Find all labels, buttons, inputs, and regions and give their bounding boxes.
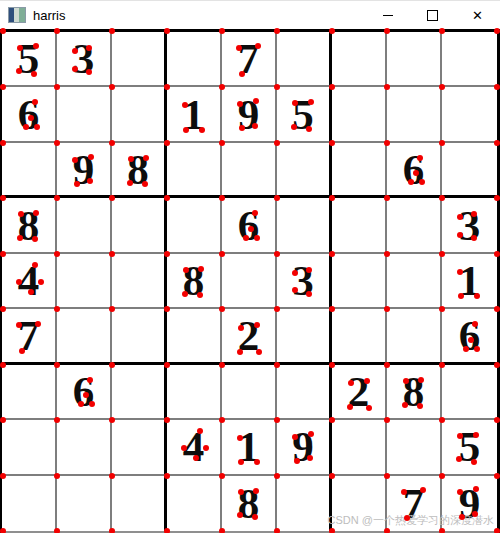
sudoku-cell-r6c4	[167, 309, 222, 364]
sudoku-cell-r8c6: 9	[277, 420, 332, 475]
sudoku-cell-r2c5: 9	[222, 87, 277, 142]
sudoku-cell-r2c2	[57, 87, 112, 142]
sudoku-cell-r6c3	[112, 309, 167, 364]
sudoku-cell-r5c9: 1	[442, 254, 497, 309]
sudoku-cell-r1c9	[442, 32, 497, 87]
window-title: harris	[33, 8, 66, 23]
sudoku-cell-r1c7	[332, 32, 387, 87]
app-image-icon	[8, 7, 26, 23]
sudoku-cell-r8c2	[57, 420, 112, 475]
sudoku-cell-r4c9: 3	[442, 198, 497, 253]
sudoku-cell-r4c1: 8	[2, 198, 57, 253]
sudoku-cell-r2c4: 1	[167, 87, 222, 142]
sudoku-cell-r4c8	[387, 198, 442, 253]
sudoku-digit: 6	[403, 148, 425, 191]
sudoku-cell-r8c1	[2, 420, 57, 475]
sudoku-cell-r6c8	[387, 309, 442, 364]
sudoku-digit: 4	[183, 425, 205, 468]
sudoku-cell-r6c5: 2	[222, 309, 277, 364]
sudoku-cell-r6c7	[332, 309, 387, 364]
sudoku-cell-r8c3	[112, 420, 167, 475]
sudoku-cell-r9c3	[112, 476, 167, 531]
sudoku-cell-r3c8: 6	[387, 143, 442, 198]
sudoku-cell-r8c5: 1	[222, 420, 277, 475]
sudoku-digit: 6	[18, 93, 40, 136]
sudoku-digit: 2	[348, 370, 370, 413]
minimize-button[interactable]	[365, 1, 410, 29]
sudoku-cell-r8c9: 5	[442, 420, 497, 475]
sudoku-cell-r8c7	[332, 420, 387, 475]
sudoku-cell-r3c9	[442, 143, 497, 198]
sudoku-cell-r6c2	[57, 309, 112, 364]
sudoku-cell-r3c3: 8	[112, 143, 167, 198]
sudoku-cell-r2c6: 5	[277, 87, 332, 142]
sudoku-cell-r1c1: 5	[2, 32, 57, 87]
sudoku-digit: 8	[238, 482, 260, 525]
sudoku-cell-r7c5	[222, 365, 277, 420]
sudoku-cell-r4c2	[57, 198, 112, 253]
sudoku-cell-r5c4: 8	[167, 254, 222, 309]
sudoku-cell-r7c7: 2	[332, 365, 387, 420]
sudoku-digit: 4	[18, 259, 40, 302]
sudoku-digit: 7	[238, 37, 260, 80]
sudoku-cell-r9c4	[167, 476, 222, 531]
sudoku-cell-r3c5	[222, 143, 277, 198]
close-button[interactable]: ✕	[455, 1, 500, 29]
sudoku-cell-r7c8: 8	[387, 365, 442, 420]
sudoku-cell-r1c5: 7	[222, 32, 277, 87]
sudoku-cell-r8c4: 4	[167, 420, 222, 475]
sudoku-cell-r9c6	[277, 476, 332, 531]
sudoku-digit: 1	[183, 93, 205, 136]
sudoku-digit: 6	[459, 314, 481, 357]
sudoku-cell-r1c4	[167, 32, 222, 87]
sudoku-digit: 5	[292, 93, 314, 136]
sudoku-digit: 8	[127, 148, 149, 191]
sudoku-digit: 6	[238, 204, 260, 247]
sudoku-digit: 5	[459, 425, 481, 468]
sudoku-cell-r2c3	[112, 87, 167, 142]
maximize-icon	[427, 10, 438, 21]
minimize-icon	[383, 15, 393, 16]
sudoku-digit: 3	[73, 37, 95, 80]
sudoku-cell-r1c8	[387, 32, 442, 87]
sudoku-cell-r3c4	[167, 143, 222, 198]
sudoku-cell-r6c9: 6	[442, 309, 497, 364]
sudoku-cell-r7c6	[277, 365, 332, 420]
sudoku-cell-r1c3	[112, 32, 167, 87]
sudoku-digit: 1	[459, 259, 481, 302]
sudoku-cell-r3c7	[332, 143, 387, 198]
close-icon: ✕	[472, 9, 483, 22]
sudoku-cell-r8c8	[387, 420, 442, 475]
sudoku-cell-r4c4	[167, 198, 222, 253]
sudoku-digit: 1	[238, 425, 260, 468]
sudoku-cell-r5c6: 3	[277, 254, 332, 309]
sudoku-cell-r5c7	[332, 254, 387, 309]
title-bar[interactable]: harris ✕	[0, 0, 500, 29]
sudoku-cell-r9c5: 8	[222, 476, 277, 531]
sudoku-cell-r2c8	[387, 87, 442, 142]
sudoku-digit: 3	[459, 204, 481, 247]
sudoku-cell-r4c5: 6	[222, 198, 277, 253]
sudoku-cell-r4c6	[277, 198, 332, 253]
sudoku-grid: 537619598686348317266284195879	[2, 32, 497, 531]
sudoku-digit: 6	[73, 370, 95, 413]
sudoku-cell-r5c3	[112, 254, 167, 309]
csdn-watermark: CSDN @一个热爱学习的深度潜水	[328, 513, 494, 528]
sudoku-cell-r9c2	[57, 476, 112, 531]
opencv-window: harris ✕ 537619598686348317266284195879 …	[0, 0, 500, 533]
sudoku-cell-r7c2: 6	[57, 365, 112, 420]
sudoku-digit: 9	[238, 93, 260, 136]
sudoku-cell-r4c7	[332, 198, 387, 253]
sudoku-board: 537619598686348317266284195879 CSDN @一个热…	[0, 29, 500, 533]
sudoku-cell-r3c6	[277, 143, 332, 198]
sudoku-cell-r9c1	[2, 476, 57, 531]
sudoku-cell-r3c2: 9	[57, 143, 112, 198]
sudoku-cell-r7c1	[2, 365, 57, 420]
sudoku-cell-r3c1	[2, 143, 57, 198]
sudoku-digit: 9	[292, 425, 314, 468]
sudoku-cell-r7c3	[112, 365, 167, 420]
sudoku-digit: 5	[18, 37, 40, 80]
sudoku-cell-r1c2: 3	[57, 32, 112, 87]
sudoku-digit: 9	[73, 148, 95, 191]
window-controls: ✕	[365, 1, 500, 29]
sudoku-cell-r1c6	[277, 32, 332, 87]
sudoku-digit: 7	[18, 314, 40, 357]
sudoku-cell-r5c5	[222, 254, 277, 309]
sudoku-cell-r2c1: 6	[2, 87, 57, 142]
sudoku-cell-r5c2	[57, 254, 112, 309]
sudoku-digit: 2	[238, 314, 260, 357]
maximize-button[interactable]	[410, 1, 455, 29]
sudoku-cell-r5c8	[387, 254, 442, 309]
sudoku-digit: 3	[292, 259, 314, 302]
sudoku-cell-r7c4	[167, 365, 222, 420]
sudoku-cell-r6c1: 7	[2, 309, 57, 364]
sudoku-digit: 8	[18, 204, 40, 247]
sudoku-cell-r4c3	[112, 198, 167, 253]
sudoku-cell-r2c9	[442, 87, 497, 142]
sudoku-cell-r5c1: 4	[2, 254, 57, 309]
sudoku-digit: 8	[183, 259, 205, 302]
sudoku-cell-r7c9	[442, 365, 497, 420]
sudoku-digit: 8	[403, 370, 425, 413]
sudoku-cell-r6c6	[277, 309, 332, 364]
sudoku-cell-r2c7	[332, 87, 387, 142]
